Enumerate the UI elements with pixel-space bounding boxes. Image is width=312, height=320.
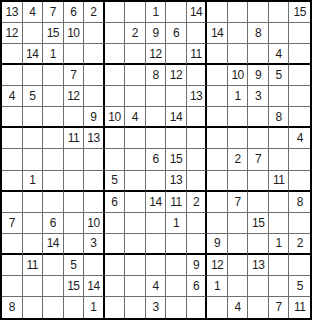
cell-r4c10-empty[interactable] <box>187 65 208 86</box>
cell-r12c14-given: 1 <box>269 234 290 255</box>
cell-r7c6-empty[interactable] <box>105 128 126 149</box>
cell-r14c7-empty[interactable] <box>125 276 146 297</box>
cell-r11c11-empty[interactable] <box>207 213 228 234</box>
cell-r11c5-given: 10 <box>84 213 105 234</box>
cell-r14c10-given: 6 <box>187 276 208 297</box>
cell-r10c3-empty[interactable] <box>43 192 64 213</box>
cell-r12c11-given: 9 <box>207 234 228 255</box>
cell-r8c7-empty[interactable] <box>125 149 146 170</box>
cell-r12c2-empty[interactable] <box>23 234 44 255</box>
cell-r4c13-given: 9 <box>248 65 269 86</box>
cell-r3c13-empty[interactable] <box>248 44 269 65</box>
cell-r15c2-empty[interactable] <box>23 297 44 318</box>
cell-r3c4-empty[interactable] <box>64 44 85 65</box>
cell-r4c9-given: 12 <box>166 65 187 86</box>
cell-r12c13-empty[interactable] <box>248 234 269 255</box>
cell-r4c3-empty[interactable] <box>43 65 64 86</box>
cell-r1c10-given: 14 <box>187 2 208 23</box>
cell-r8c13-given: 7 <box>248 149 269 170</box>
cell-r14c2-empty[interactable] <box>23 276 44 297</box>
cell-r6c9-given: 14 <box>166 107 187 128</box>
cell-r5c12-given: 1 <box>228 86 249 107</box>
cell-r6c10-empty[interactable] <box>187 107 208 128</box>
cell-r3c10-given: 11 <box>187 44 208 65</box>
cell-r8c9-given: 15 <box>166 149 187 170</box>
cell-r6c6-given: 10 <box>105 107 126 128</box>
cell-r9c15-empty[interactable] <box>289 171 310 192</box>
cell-r15c4-empty[interactable] <box>64 297 85 318</box>
cell-r8c14-empty[interactable] <box>269 149 290 170</box>
cell-r15c6-empty[interactable] <box>105 297 126 318</box>
cell-r2c3-given: 15 <box>43 23 64 44</box>
cell-r12c8-empty[interactable] <box>146 234 167 255</box>
cell-r2c12-empty[interactable] <box>228 23 249 44</box>
cell-r13c2-given: 11 <box>23 255 44 276</box>
cell-r13c8-empty[interactable] <box>146 255 167 276</box>
cell-r4c7-empty[interactable] <box>125 65 146 86</box>
cell-r3c1-empty[interactable] <box>2 44 23 65</box>
cell-r7c14-empty[interactable] <box>269 128 290 149</box>
cell-r15c5-given: 1 <box>84 297 105 318</box>
cell-r2c9-given: 6 <box>166 23 187 44</box>
cell-r13c13-given: 13 <box>248 255 269 276</box>
cell-r13c12-empty[interactable] <box>228 255 249 276</box>
cell-r3c15-empty[interactable] <box>289 44 310 65</box>
cell-r13c10-given: 9 <box>187 255 208 276</box>
cell-r8c1-empty[interactable] <box>2 149 23 170</box>
cell-r10c10-given: 2 <box>187 192 208 213</box>
cell-r4c15-empty[interactable] <box>289 65 310 86</box>
cell-r8c12-given: 2 <box>228 149 249 170</box>
cell-r2c2-empty[interactable] <box>23 23 44 44</box>
cell-r5c4-given: 12 <box>64 86 85 107</box>
cell-r5c6-empty[interactable] <box>105 86 126 107</box>
cell-r8c4-empty[interactable] <box>64 149 85 170</box>
cell-r15c7-empty[interactable] <box>125 297 146 318</box>
cell-r2c6-empty[interactable] <box>105 23 126 44</box>
cell-r10c11-empty[interactable] <box>207 192 228 213</box>
cell-r1c1-given: 13 <box>2 2 23 23</box>
cell-r12c12-empty[interactable] <box>228 234 249 255</box>
cell-r3c7-empty[interactable] <box>125 44 146 65</box>
cell-r7c9-empty[interactable] <box>166 128 187 149</box>
cell-r4c6-empty[interactable] <box>105 65 126 86</box>
cell-r9c12-empty[interactable] <box>228 171 249 192</box>
cell-r1c14-empty[interactable] <box>269 2 290 23</box>
cell-r13c11-given: 12 <box>207 255 228 276</box>
cell-r3c14-given: 4 <box>269 44 290 65</box>
cell-r4c1-empty[interactable] <box>2 65 23 86</box>
cell-r10c5-empty[interactable] <box>84 192 105 213</box>
cell-r14c9-empty[interactable] <box>166 276 187 297</box>
sudoku-board: 1347621141512151029614814112114781210954… <box>0 0 312 320</box>
cell-r15c15-given: 11 <box>289 297 310 318</box>
cell-r10c8-given: 14 <box>146 192 167 213</box>
cell-r5c8-empty[interactable] <box>146 86 167 107</box>
cell-r1c5-given: 2 <box>84 2 105 23</box>
cell-r6c12-empty[interactable] <box>228 107 249 128</box>
cell-r14c1-empty[interactable] <box>2 276 23 297</box>
cell-r7c4-given: 11 <box>64 128 85 149</box>
cell-r3c8-given: 12 <box>146 44 167 65</box>
cell-r10c14-empty[interactable] <box>269 192 290 213</box>
cell-r12c6-empty[interactable] <box>105 234 126 255</box>
cell-r11c14-empty[interactable] <box>269 213 290 234</box>
cell-r14c6-empty[interactable] <box>105 276 126 297</box>
cell-r6c15-empty[interactable] <box>289 107 310 128</box>
cell-r11c8-empty[interactable] <box>146 213 167 234</box>
cell-r10c1-empty[interactable] <box>2 192 23 213</box>
cell-r13c14-empty[interactable] <box>269 255 290 276</box>
cell-r9c7-empty[interactable] <box>125 171 146 192</box>
cell-r5c14-empty[interactable] <box>269 86 290 107</box>
cell-r9c5-empty[interactable] <box>84 171 105 192</box>
cell-r7c11-empty[interactable] <box>207 128 228 149</box>
cell-r2c10-empty[interactable] <box>187 23 208 44</box>
cell-r15c11-empty[interactable] <box>207 297 228 318</box>
cell-r3c5-empty[interactable] <box>84 44 105 65</box>
cell-r14c4-given: 15 <box>64 276 85 297</box>
cell-r15c13-empty[interactable] <box>248 297 269 318</box>
cell-r15c9-empty[interactable] <box>166 297 187 318</box>
cell-r1c15-given: 15 <box>289 2 310 23</box>
cell-r7c3-empty[interactable] <box>43 128 64 149</box>
cell-r10c2-empty[interactable] <box>23 192 44 213</box>
cell-r9c6-given: 5 <box>105 171 126 192</box>
cell-r5c9-empty[interactable] <box>166 86 187 107</box>
cell-r10c13-empty[interactable] <box>248 192 269 213</box>
cell-r11c4-empty[interactable] <box>64 213 85 234</box>
cell-r10c12-given: 7 <box>228 192 249 213</box>
cell-r5c2-given: 5 <box>23 86 44 107</box>
cell-r14c15-given: 5 <box>289 276 310 297</box>
cell-r12c7-empty[interactable] <box>125 234 146 255</box>
cell-r10c4-empty[interactable] <box>64 192 85 213</box>
cell-r9c9-given: 13 <box>166 171 187 192</box>
cell-r2c15-empty[interactable] <box>289 23 310 44</box>
cell-r3c11-empty[interactable] <box>207 44 228 65</box>
cell-r14c5-given: 14 <box>84 276 105 297</box>
cell-r3c6-empty[interactable] <box>105 44 126 65</box>
cell-r15c8-given: 3 <box>146 297 167 318</box>
cell-r7c13-empty[interactable] <box>248 128 269 149</box>
cell-r13c4-given: 5 <box>64 255 85 276</box>
cell-r13c15-empty[interactable] <box>289 255 310 276</box>
cell-r11c12-empty[interactable] <box>228 213 249 234</box>
cell-r1c11-empty[interactable] <box>207 2 228 23</box>
cell-r12c9-empty[interactable] <box>166 234 187 255</box>
cell-r1c7-empty[interactable] <box>125 2 146 23</box>
cell-r3c9-empty[interactable] <box>166 44 187 65</box>
cell-r8c10-empty[interactable] <box>187 149 208 170</box>
cell-r6c2-empty[interactable] <box>23 107 44 128</box>
cell-r6c1-empty[interactable] <box>2 107 23 128</box>
cell-r13c1-empty[interactable] <box>2 255 23 276</box>
cell-r14c13-empty[interactable] <box>248 276 269 297</box>
cell-r15c12-given: 4 <box>228 297 249 318</box>
cell-r5c1-given: 4 <box>2 86 23 107</box>
cell-r5c7-empty[interactable] <box>125 86 146 107</box>
sudoku-puzzle: 1347621141512151029614814112114781210954… <box>0 0 312 320</box>
cell-r9c14-given: 11 <box>269 171 290 192</box>
cell-r9c13-empty[interactable] <box>248 171 269 192</box>
cell-r7c8-empty[interactable] <box>146 128 167 149</box>
cell-r7c12-empty[interactable] <box>228 128 249 149</box>
cell-r11c13-given: 15 <box>248 213 269 234</box>
cell-r6c7-given: 4 <box>125 107 146 128</box>
cell-r9c10-empty[interactable] <box>187 171 208 192</box>
cell-r7c10-empty[interactable] <box>187 128 208 149</box>
cell-r5c10-given: 13 <box>187 86 208 107</box>
cell-r7c15-given: 4 <box>289 128 310 149</box>
cell-r6c3-empty[interactable] <box>43 107 64 128</box>
cell-r11c1-given: 7 <box>2 213 23 234</box>
cell-r4c2-empty[interactable] <box>23 65 44 86</box>
cell-r10c7-empty[interactable] <box>125 192 146 213</box>
cell-r3c12-empty[interactable] <box>228 44 249 65</box>
cell-r4c8-given: 8 <box>146 65 167 86</box>
cell-r8c15-empty[interactable] <box>289 149 310 170</box>
cell-r2c11-given: 14 <box>207 23 228 44</box>
cell-r1c9-empty[interactable] <box>166 2 187 23</box>
cell-r13c9-empty[interactable] <box>166 255 187 276</box>
cell-r13c5-empty[interactable] <box>84 255 105 276</box>
cell-r7c7-empty[interactable] <box>125 128 146 149</box>
cell-r2c5-empty[interactable] <box>84 23 105 44</box>
cell-r13c3-empty[interactable] <box>43 255 64 276</box>
cell-r4c4-given: 7 <box>64 65 85 86</box>
cell-r7c2-empty[interactable] <box>23 128 44 149</box>
cell-r5c3-empty[interactable] <box>43 86 64 107</box>
cell-r2c14-empty[interactable] <box>269 23 290 44</box>
cell-r6c11-empty[interactable] <box>207 107 228 128</box>
cell-r4c11-empty[interactable] <box>207 65 228 86</box>
cell-r11c6-empty[interactable] <box>105 213 126 234</box>
cell-r14c11-given: 1 <box>207 276 228 297</box>
cell-r12c1-empty[interactable] <box>2 234 23 255</box>
cell-r6c4-empty[interactable] <box>64 107 85 128</box>
cell-r8c5-empty[interactable] <box>84 149 105 170</box>
cell-r12c4-empty[interactable] <box>64 234 85 255</box>
cell-r9c2-given: 1 <box>23 171 44 192</box>
cell-r12c5-given: 3 <box>84 234 105 255</box>
cell-r12c10-empty[interactable] <box>187 234 208 255</box>
cell-r6c8-empty[interactable] <box>146 107 167 128</box>
cell-r10c6-given: 6 <box>105 192 126 213</box>
cell-r13c6-empty[interactable] <box>105 255 126 276</box>
cell-r4c12-given: 10 <box>228 65 249 86</box>
cell-r3c3-given: 1 <box>43 44 64 65</box>
cell-r9c1-empty[interactable] <box>2 171 23 192</box>
cell-r12c3-given: 14 <box>43 234 64 255</box>
cell-r14c14-empty[interactable] <box>269 276 290 297</box>
cell-r4c5-empty[interactable] <box>84 65 105 86</box>
cell-r1c4-given: 6 <box>64 2 85 23</box>
cell-r15c1-given: 8 <box>2 297 23 318</box>
cell-r2c1-given: 12 <box>2 23 23 44</box>
cell-r8c2-empty[interactable] <box>23 149 44 170</box>
cell-r14c12-empty[interactable] <box>228 276 249 297</box>
cell-r9c8-empty[interactable] <box>146 171 167 192</box>
cell-r11c7-empty[interactable] <box>125 213 146 234</box>
cell-r5c15-empty[interactable] <box>289 86 310 107</box>
cell-r5c13-given: 3 <box>248 86 269 107</box>
cell-r4c14-given: 5 <box>269 65 290 86</box>
cell-r8c6-empty[interactable] <box>105 149 126 170</box>
cell-r2c7-given: 2 <box>125 23 146 44</box>
cell-r7c5-given: 13 <box>84 128 105 149</box>
cell-r12c15-given: 2 <box>289 234 310 255</box>
cell-r8c11-empty[interactable] <box>207 149 228 170</box>
cell-r1c13-empty[interactable] <box>248 2 269 23</box>
cell-r15c10-empty[interactable] <box>187 297 208 318</box>
cell-r11c15-empty[interactable] <box>289 213 310 234</box>
cell-r2c13-given: 8 <box>248 23 269 44</box>
cell-r11c3-given: 6 <box>43 213 64 234</box>
cell-r1c8-given: 1 <box>146 2 167 23</box>
cell-r13c7-empty[interactable] <box>125 255 146 276</box>
cell-r1c3-given: 7 <box>43 2 64 23</box>
cell-r15c3-empty[interactable] <box>43 297 64 318</box>
cell-r6c5-given: 9 <box>84 107 105 128</box>
cell-r9c11-empty[interactable] <box>207 171 228 192</box>
cell-r2c4-given: 10 <box>64 23 85 44</box>
cell-r1c12-empty[interactable] <box>228 2 249 23</box>
cell-r1c6-empty[interactable] <box>105 2 126 23</box>
cell-r3c2-given: 14 <box>23 44 44 65</box>
cell-r14c3-empty[interactable] <box>43 276 64 297</box>
cell-r9c4-empty[interactable] <box>64 171 85 192</box>
cell-r7c1-empty[interactable] <box>2 128 23 149</box>
cell-r6c13-empty[interactable] <box>248 107 269 128</box>
cell-r11c10-empty[interactable] <box>187 213 208 234</box>
cell-r14c8-given: 4 <box>146 276 167 297</box>
cell-r8c3-empty[interactable] <box>43 149 64 170</box>
cell-r11c9-given: 1 <box>166 213 187 234</box>
cell-r10c15-given: 8 <box>289 192 310 213</box>
cell-r1c2-given: 4 <box>23 2 44 23</box>
cell-r10c9-given: 11 <box>166 192 187 213</box>
cell-r5c5-empty[interactable] <box>84 86 105 107</box>
cell-r2c8-given: 9 <box>146 23 167 44</box>
cell-r5c11-empty[interactable] <box>207 86 228 107</box>
cell-r6c14-given: 8 <box>269 107 290 128</box>
cell-r15c14-given: 7 <box>269 297 290 318</box>
cell-r9c3-empty[interactable] <box>43 171 64 192</box>
cell-r11c2-empty[interactable] <box>23 213 44 234</box>
cell-r8c8-given: 6 <box>146 149 167 170</box>
